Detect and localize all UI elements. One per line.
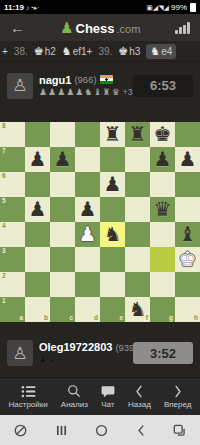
blocked-icon[interactable] (14, 424, 27, 437)
square-c5[interactable] (50, 197, 75, 222)
captured-pieces-bottom: ♟♝ (39, 354, 127, 365)
piece-black-king[interactable]: ♚ (150, 122, 175, 147)
chesscom-logo: ♟ Chess .com (60, 20, 140, 36)
android-back-icon[interactable] (136, 424, 146, 437)
square-g3[interactable] (150, 247, 175, 272)
nav-item-analysis[interactable]: Анализ (61, 384, 88, 409)
status-icon: ▣ (146, 4, 153, 11)
square-d2[interactable] (75, 272, 100, 297)
nav-item-chat[interactable]: Чат (101, 385, 115, 409)
status-time: 11:19 (4, 3, 24, 12)
square-e1[interactable]: e (100, 297, 125, 322)
captured-white-pawn-icon: ♟ (39, 88, 47, 97)
square-h2[interactable] (175, 272, 200, 297)
rank-label: 6 (2, 173, 6, 180)
square-c6[interactable] (50, 172, 75, 197)
move-token[interactable]: ♞e4 (146, 44, 176, 59)
square-f3[interactable] (125, 247, 150, 272)
square-c3[interactable] (50, 247, 75, 272)
rank-label: 2 (2, 273, 6, 280)
rank-label: 3 (2, 248, 6, 255)
nav-back-icon (133, 385, 145, 398)
nav-item-nav-forward[interactable]: Вперед (164, 385, 192, 409)
piece-white-pawn[interactable]: ♟ (75, 222, 100, 247)
square-g5[interactable]: ♛ (150, 197, 175, 222)
file-label: d (94, 315, 98, 322)
rank-label: 4 (2, 223, 6, 230)
app-header: ← ♟ Chess .com (0, 14, 200, 41)
piece-black-pawn[interactable]: ♟ (25, 197, 50, 222)
square-f2[interactable] (125, 272, 150, 297)
file-label: c (69, 315, 73, 322)
square-b6[interactable] (25, 172, 50, 197)
player-top-rating: (966) (74, 74, 96, 85)
player-top: ♙ nagu1 (966) ♟♟♟♟♟♞♝♜♛+34 6:53 (0, 62, 200, 109)
square-b2[interactable] (25, 272, 50, 297)
nav-label: Анализ (61, 400, 88, 409)
captured-pieces-top: ♟♟♟♟♟♞♝♜♛+34 (39, 87, 127, 98)
square-c2[interactable] (50, 272, 75, 297)
nav-label: Чат (101, 400, 114, 409)
chat-icon (101, 385, 115, 398)
white-knight-icon: ♞ (62, 45, 72, 58)
rank-label: 8 (2, 123, 6, 130)
square-h1[interactable]: h (175, 297, 200, 322)
square-h7[interactable]: ♟ (175, 147, 200, 172)
move-token: + (2, 46, 8, 57)
status-icon: · (37, 4, 39, 11)
captured-white-rook-icon: ♜ (103, 88, 111, 97)
captured-white-pawn-icon: ♟ (66, 88, 74, 97)
captured-white-queen-icon: ♛ (112, 88, 120, 97)
captured-white-pawn-icon: ♟ (48, 88, 56, 97)
file-label: b (44, 315, 48, 322)
rank-label: 5 (2, 198, 6, 205)
white-king-icon: ♚ (34, 45, 44, 58)
settings-list-icon (21, 385, 36, 398)
square-a7[interactable]: 7 (0, 147, 25, 172)
nav-label: Вперед (164, 400, 192, 409)
nav-label: Назад (128, 400, 151, 409)
status-icon: ◢ (164, 4, 169, 11)
square-g8[interactable]: ♚ (150, 122, 175, 147)
square-d8[interactable] (75, 122, 100, 147)
captured-white-knight-icon: ♞ (84, 88, 92, 97)
captured-black-pawn-icon: ♟ (39, 355, 47, 364)
piece-black-queen[interactable]: ♛ (150, 197, 175, 222)
square-a4[interactable]: 4 (0, 222, 25, 247)
rank-label: 7 (2, 148, 6, 155)
status-right-icons: ▣◢◥◢ (146, 3, 169, 12)
captured-white-pawn-icon: ♟ (57, 88, 65, 97)
square-g7[interactable]: ♟ (150, 147, 175, 172)
square-d3[interactable] (75, 247, 100, 272)
logo-pawn-icon: ♟ (60, 20, 73, 35)
square-e8[interactable]: ♜ (100, 122, 125, 147)
battery-icon (190, 3, 196, 12)
piece-black-knight[interactable]: ♞ (100, 222, 125, 247)
logo-text-com: .com (117, 23, 141, 35)
square-f8[interactable]: ♜ (125, 122, 150, 147)
logo-text-chess: Chess (76, 21, 115, 36)
piece-black-pawn[interactable]: ♟ (50, 147, 75, 172)
square-c7[interactable]: ♟ (50, 147, 75, 172)
square-f5[interactable] (125, 197, 150, 222)
home-icon[interactable] (95, 424, 108, 437)
square-b5[interactable]: ♟ (25, 197, 50, 222)
clock-top: 6:53 (133, 75, 193, 97)
square-e4[interactable]: ♞ (100, 222, 125, 247)
square-h4[interactable]: ♝ (175, 222, 200, 247)
player-bottom-name[interactable]: Oleg19722803 (39, 341, 112, 353)
flag-india-icon (100, 75, 113, 84)
square-c4[interactable] (50, 222, 75, 247)
capture-icon[interactable] (173, 424, 186, 437)
phone-screen: 11:19 ♪◔▸· ▣◢◥◢ 99% ← ♟ Chess .com +38.♚… (0, 0, 200, 445)
square-a6[interactable]: 6 (0, 172, 25, 197)
nav-item-settings-list[interactable]: Настройки (9, 385, 48, 409)
avatar-top[interactable]: ♙ (7, 73, 33, 99)
battery-percent: 99% (171, 3, 187, 12)
nav-label: Настройки (9, 400, 48, 409)
square-h6[interactable] (175, 172, 200, 197)
move-token[interactable]: ♞ef1+ (62, 45, 93, 58)
status-left: 11:19 ♪◔▸· (4, 3, 40, 12)
move-number: 39. (98, 46, 112, 57)
bottom-nav: НастройкиАнализЧатНазадВперед (0, 377, 200, 415)
status-left-icons: ♪◔▸· (26, 3, 40, 12)
square-d5[interactable]: ♟ (75, 197, 100, 222)
square-a8[interactable]: 8 (0, 122, 25, 147)
nav-item-nav-back[interactable]: Назад (128, 385, 151, 409)
back-arrow-icon[interactable]: ← (10, 20, 25, 35)
move-number: 38. (14, 46, 28, 57)
move-token[interactable]: ♚h2 (34, 45, 56, 58)
recent-apps-icon[interactable] (55, 424, 68, 437)
spacer (0, 109, 200, 122)
file-label: a (19, 315, 23, 322)
analysis-icon (67, 384, 81, 398)
captured-white-bishop-icon: ♝ (93, 88, 101, 97)
captured-black-bishop-icon: ♝ (48, 355, 56, 364)
piece-black-pawn[interactable]: ♟ (150, 147, 175, 172)
piece-black-bishop[interactable]: ♝ (175, 222, 200, 247)
square-e5[interactable] (100, 197, 125, 222)
square-g2[interactable] (150, 272, 175, 297)
square-h8[interactable] (175, 122, 200, 147)
square-f4[interactable] (125, 222, 150, 247)
square-a3[interactable]: 3 (0, 247, 25, 272)
piece-black-pawn[interactable]: ♟ (100, 172, 125, 197)
spacer (0, 322, 200, 329)
square-e3[interactable] (100, 247, 125, 272)
player-bottom: ♙ Oleg19722803 (939) ♟♝ 3:52 (0, 329, 200, 377)
player-top-name[interactable]: nagu1 (39, 74, 71, 86)
square-h3[interactable]: ♚ (175, 247, 200, 272)
square-b3[interactable] (25, 247, 50, 272)
file-label: e (119, 315, 123, 322)
piece-black-knight[interactable]: ♞ (125, 297, 150, 322)
square-f1[interactable]: f♞ (125, 297, 150, 322)
square-a5[interactable]: 5 (0, 197, 25, 222)
piece-black-pawn[interactable]: ♟ (175, 147, 200, 172)
square-d6[interactable] (75, 172, 100, 197)
square-h5[interactable] (175, 197, 200, 222)
square-f6[interactable] (125, 172, 150, 197)
clock-bottom: 3:52 (133, 342, 193, 364)
white-knight-icon: ♞ (150, 45, 160, 58)
square-d1[interactable]: d (75, 297, 100, 322)
piece-black-rook[interactable]: ♜ (100, 122, 125, 147)
square-a1[interactable]: 1a (0, 297, 25, 322)
square-b7[interactable]: ♟ (25, 147, 50, 172)
square-a2[interactable]: 2 (0, 272, 25, 297)
square-c8[interactable] (50, 122, 75, 147)
square-c1[interactable]: c (50, 297, 75, 322)
square-b4[interactable] (25, 222, 50, 247)
square-e2[interactable] (100, 272, 125, 297)
piece-white-king[interactable]: ♚ (175, 247, 200, 272)
square-d7[interactable] (75, 147, 100, 172)
captured-white-pawn-icon: ♟ (75, 88, 83, 97)
rank-label: 1 (2, 298, 6, 305)
square-f7[interactable] (125, 147, 150, 172)
square-e6[interactable]: ♟ (100, 172, 125, 197)
android-nav-bar (0, 415, 200, 445)
status-bar: 11:19 ♪◔▸· ▣◢◥◢ 99% (0, 0, 200, 14)
chess-board: 8♜♜♚7♟♟♟♟6♟5♟♟♛4♟♞♝3♚21abcdef♞gh (0, 122, 200, 322)
square-g1[interactable]: g (150, 297, 175, 322)
move-list: +38.♚h2♞ef1+39.♚h3♞e4 (0, 41, 200, 62)
square-b8[interactable] (25, 122, 50, 147)
square-g4[interactable] (150, 222, 175, 247)
square-e7[interactable] (100, 147, 125, 172)
file-label: h (194, 315, 198, 322)
square-d4[interactable]: ♟ (75, 222, 100, 247)
move-token[interactable]: ♚h3 (118, 45, 140, 58)
square-b1[interactable]: b (25, 297, 50, 322)
white-king-icon: ♚ (118, 45, 128, 58)
piece-black-pawn[interactable]: ♟ (25, 147, 50, 172)
piece-black-rook[interactable]: ♜ (125, 122, 150, 147)
file-label: g (169, 315, 173, 322)
piece-black-pawn[interactable]: ♟ (75, 197, 100, 222)
nav-forward-icon (172, 385, 184, 398)
stats-bars-icon[interactable] (175, 22, 190, 34)
status-right: ▣◢◥◢ 99% (146, 3, 196, 12)
avatar-bottom[interactable]: ♙ (7, 340, 33, 366)
square-g6[interactable] (150, 172, 175, 197)
